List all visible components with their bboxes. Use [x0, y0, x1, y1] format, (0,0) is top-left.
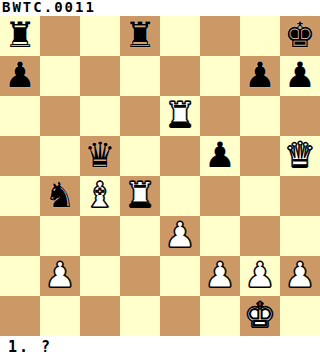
- square-a1[interactable]: [0, 296, 40, 336]
- square-g6[interactable]: [240, 96, 280, 136]
- black-king: ♚: [284, 18, 315, 53]
- square-f1[interactable]: [200, 296, 240, 336]
- square-f6[interactable]: [200, 96, 240, 136]
- square-c3[interactable]: [80, 216, 120, 256]
- square-e5[interactable]: [160, 136, 200, 176]
- square-a3[interactable]: [0, 216, 40, 256]
- square-b4[interactable]: ♞: [40, 176, 80, 216]
- square-g2[interactable]: ♟: [240, 256, 280, 296]
- square-f4[interactable]: [200, 176, 240, 216]
- square-d5[interactable]: [120, 136, 160, 176]
- black-rook: ♜: [4, 18, 35, 53]
- square-a4[interactable]: [0, 176, 40, 216]
- square-a8[interactable]: ♜: [0, 16, 40, 56]
- chess-board: ♜♜♚♟♟♟♜♛♟♛♞♝♜♟♟♟♟♟♚: [0, 16, 320, 336]
- white-king: ♚: [244, 298, 275, 333]
- square-d8[interactable]: ♜: [120, 16, 160, 56]
- square-f8[interactable]: [200, 16, 240, 56]
- square-d4[interactable]: ♜: [120, 176, 160, 216]
- white-rook: ♜: [164, 98, 195, 133]
- square-a7[interactable]: ♟: [0, 56, 40, 96]
- square-h7[interactable]: ♟: [280, 56, 320, 96]
- black-knight: ♞: [44, 178, 75, 213]
- square-h8[interactable]: ♚: [280, 16, 320, 56]
- square-f7[interactable]: [200, 56, 240, 96]
- square-g8[interactable]: [240, 16, 280, 56]
- square-h6[interactable]: [280, 96, 320, 136]
- white-pawn: ♟: [204, 258, 235, 293]
- puzzle-title: BWTC.0011: [0, 0, 320, 16]
- square-d2[interactable]: [120, 256, 160, 296]
- square-h1[interactable]: [280, 296, 320, 336]
- square-d6[interactable]: [120, 96, 160, 136]
- square-f5[interactable]: ♟: [200, 136, 240, 176]
- black-rook: ♜: [124, 18, 155, 53]
- square-e7[interactable]: [160, 56, 200, 96]
- square-c2[interactable]: [80, 256, 120, 296]
- square-g5[interactable]: [240, 136, 280, 176]
- square-h3[interactable]: [280, 216, 320, 256]
- square-d1[interactable]: [120, 296, 160, 336]
- white-rook: ♜: [124, 178, 155, 213]
- square-g1[interactable]: ♚: [240, 296, 280, 336]
- move-prompt: 1. ?: [0, 336, 320, 360]
- square-b5[interactable]: [40, 136, 80, 176]
- square-c8[interactable]: [80, 16, 120, 56]
- white-pawn: ♟: [244, 258, 275, 293]
- square-b8[interactable]: [40, 16, 80, 56]
- black-pawn: ♟: [284, 58, 315, 93]
- square-c6[interactable]: [80, 96, 120, 136]
- black-pawn: ♟: [244, 58, 275, 93]
- square-c7[interactable]: [80, 56, 120, 96]
- square-g4[interactable]: [240, 176, 280, 216]
- square-c5[interactable]: ♛: [80, 136, 120, 176]
- white-pawn: ♟: [284, 258, 315, 293]
- square-b1[interactable]: [40, 296, 80, 336]
- chess-program-window: BWTC.0011 ♜♜♚♟♟♟♜♛♟♛♞♝♜♟♟♟♟♟♚ 1. ?: [0, 0, 320, 360]
- square-e1[interactable]: [160, 296, 200, 336]
- square-a5[interactable]: [0, 136, 40, 176]
- black-pawn: ♟: [4, 58, 35, 93]
- square-f2[interactable]: ♟: [200, 256, 240, 296]
- square-e8[interactable]: [160, 16, 200, 56]
- square-g7[interactable]: ♟: [240, 56, 280, 96]
- white-bishop: ♝: [84, 178, 115, 213]
- square-b2[interactable]: ♟: [40, 256, 80, 296]
- square-e6[interactable]: ♜: [160, 96, 200, 136]
- square-g3[interactable]: [240, 216, 280, 256]
- square-f3[interactable]: [200, 216, 240, 256]
- square-b6[interactable]: [40, 96, 80, 136]
- black-pawn: ♟: [204, 138, 235, 173]
- square-e2[interactable]: [160, 256, 200, 296]
- square-c1[interactable]: [80, 296, 120, 336]
- square-h5[interactable]: ♛: [280, 136, 320, 176]
- square-d3[interactable]: [120, 216, 160, 256]
- square-a2[interactable]: [0, 256, 40, 296]
- square-e3[interactable]: ♟: [160, 216, 200, 256]
- black-queen: ♛: [84, 138, 115, 173]
- white-queen: ♛: [284, 138, 315, 173]
- square-a6[interactable]: [0, 96, 40, 136]
- square-c4[interactable]: ♝: [80, 176, 120, 216]
- square-b3[interactable]: [40, 216, 80, 256]
- white-pawn: ♟: [44, 258, 75, 293]
- square-e4[interactable]: [160, 176, 200, 216]
- white-pawn: ♟: [164, 218, 195, 253]
- square-h4[interactable]: [280, 176, 320, 216]
- square-b7[interactable]: [40, 56, 80, 96]
- square-d7[interactable]: [120, 56, 160, 96]
- square-h2[interactable]: ♟: [280, 256, 320, 296]
